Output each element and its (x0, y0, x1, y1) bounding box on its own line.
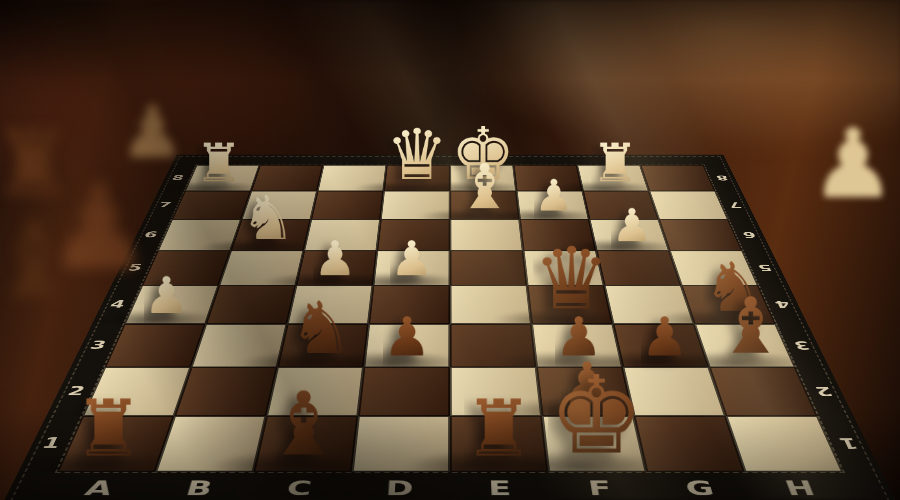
piece-brown-pawn-g3: ♟ (641, 312, 689, 363)
rank-label-text: 6 (741, 230, 758, 239)
scene: 8♜♛♚♜87♝♟76♞♟65♟♟54♟♛♞43♞♟♟♟♝32♟21♜♝♜♚1A… (0, 0, 900, 500)
piece-brown-rook-a1: ♜ (73, 392, 143, 467)
rank-label-text: 8 (715, 174, 730, 181)
file-label-E: E (450, 472, 552, 500)
square-c5: ♟ (296, 251, 377, 286)
square-d7 (380, 191, 450, 219)
file-label-C: C (246, 472, 352, 500)
board-border-corner (843, 472, 898, 500)
square-h1 (726, 416, 843, 472)
piece-cream-pawn-d5: ♟ (390, 236, 433, 282)
file-label-text: G (683, 476, 718, 500)
square-g8: ♜ (577, 165, 649, 191)
square-b3 (191, 324, 287, 367)
captured-brown-bishop-left-table: ♝ (0, 208, 81, 312)
piece-brown-pawn-d3: ♟ (383, 312, 431, 363)
square-e6 (450, 219, 523, 250)
piece-brown-rook-e1: ♜ (464, 392, 534, 467)
square-e3 (450, 324, 536, 367)
square-f7: ♟ (516, 191, 589, 219)
file-label-text: F (586, 476, 614, 500)
piece-brown-knight-c3: ♞ (289, 294, 354, 363)
piece-cream-bishop-e7: ♝ (457, 157, 513, 216)
square-e1: ♜ (450, 416, 548, 472)
captured-cream-pawn-right-table: ♟ (810, 116, 896, 212)
piece-cream-pawn-c5: ♟ (313, 236, 356, 282)
captured-cream-pawn-left-table: ♟ (120, 96, 185, 168)
square-h3: ♝ (694, 324, 795, 367)
square-b4 (206, 285, 296, 324)
square-c1: ♝ (254, 416, 359, 472)
square-e5 (450, 251, 527, 286)
file-label-F: F (548, 472, 654, 500)
square-a6 (157, 219, 241, 250)
square-c8 (317, 165, 386, 191)
rank-label-text: 1 (39, 435, 63, 451)
square-a7 (172, 191, 251, 219)
file-label-text: H (781, 476, 819, 500)
square-a1: ♜ (57, 416, 174, 472)
right-rank-label-6: 6 (728, 219, 771, 250)
file-label-text: A (81, 476, 117, 500)
rank-label-text: 2 (813, 384, 836, 398)
square-e4 (450, 285, 531, 324)
piece-cream-pawn-f7: ♟ (534, 175, 573, 216)
file-label-B: B (144, 472, 254, 500)
square-g1 (634, 416, 745, 472)
file-label-text: E (488, 476, 513, 500)
board-border-corner (512, 155, 577, 165)
file-label-H: H (745, 472, 858, 500)
rank-label-text: 1 (836, 435, 860, 451)
square-b6: ♞ (231, 219, 311, 250)
file-label-text: C (285, 476, 315, 500)
square-d3: ♟ (364, 324, 450, 367)
square-c3: ♞ (277, 324, 368, 367)
piece-cream-queen-d8: ♛ (386, 122, 449, 188)
piece-cream-pawn-g6: ♟ (611, 204, 652, 247)
rank-label-text: 8 (170, 174, 185, 181)
board-border-corner (323, 155, 388, 165)
file-label-text: B (183, 476, 216, 500)
square-f1: ♚ (542, 416, 647, 472)
square-d2 (358, 367, 450, 416)
rank-label-text: 3 (88, 339, 109, 351)
piece-cream-knight-b6: ♞ (241, 189, 296, 247)
piece-brown-bishop-c1: ♝ (264, 383, 343, 467)
file-label-D: D (348, 472, 450, 500)
board-border-corner (637, 155, 704, 165)
square-b1 (155, 416, 266, 472)
board-border-corner (699, 155, 729, 165)
file-label-G: G (646, 472, 756, 500)
file-label-text: D (385, 476, 415, 500)
piece-cream-rook-g8: ♜ (591, 138, 639, 188)
square-h8 (640, 165, 715, 191)
square-d8: ♛ (384, 165, 450, 191)
rank-label-text: 7 (727, 201, 743, 209)
board-border-corner (260, 155, 326, 165)
square-b5 (219, 251, 304, 286)
piece-cream-rook-a8: ♜ (195, 138, 243, 188)
rank-label-text: 7 (157, 201, 173, 209)
file-label-A: A (42, 472, 155, 500)
piece-brown-king-f1: ♚ (548, 364, 644, 466)
square-e7: ♝ (450, 191, 520, 219)
square-d5: ♟ (373, 251, 450, 286)
rank-label-text: 4 (108, 299, 127, 310)
board-border-corner (2, 472, 57, 500)
square-c7 (311, 191, 384, 219)
square-b2 (174, 367, 277, 416)
square-d1 (352, 416, 450, 472)
rank-label-text: 3 (791, 339, 812, 351)
